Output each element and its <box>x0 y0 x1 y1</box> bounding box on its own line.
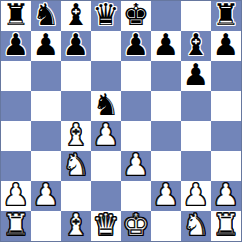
square-f6[interactable] <box>151 61 181 91</box>
piece-black-pawn-f7[interactable]: ♟︎ <box>153 30 180 60</box>
square-e3[interactable]: ♟︎ <box>121 151 151 181</box>
piece-black-knight-b8[interactable]: ♞︎ <box>33 0 60 30</box>
square-g5[interactable] <box>181 91 211 121</box>
piece-black-bishop-g7[interactable]: ♝︎ <box>183 30 210 60</box>
piece-white-pawn-a2[interactable]: ♟︎ <box>3 180 30 210</box>
square-g4[interactable] <box>181 121 211 151</box>
square-d8[interactable]: ♛︎ <box>91 1 121 31</box>
square-b4[interactable] <box>31 121 61 151</box>
piece-white-pawn-e3[interactable]: ♟︎ <box>123 150 150 180</box>
piece-black-pawn-a7[interactable]: ♟︎ <box>3 30 30 60</box>
square-g1[interactable]: ♞︎ <box>181 211 211 241</box>
square-f7[interactable]: ♟︎ <box>151 31 181 61</box>
square-c3[interactable]: ♞︎ <box>61 151 91 181</box>
square-c6[interactable] <box>61 61 91 91</box>
piece-white-pawn-g2[interactable]: ♟︎ <box>183 180 210 210</box>
piece-white-knight-c3[interactable]: ♞︎ <box>63 150 90 180</box>
square-b1[interactable] <box>31 211 61 241</box>
piece-black-knight-d5[interactable]: ♞︎ <box>93 90 120 120</box>
square-d4[interactable]: ♟︎ <box>91 121 121 151</box>
piece-black-king-e8[interactable]: ♚︎ <box>123 0 150 30</box>
square-h5[interactable] <box>211 91 241 121</box>
piece-white-bishop-c1[interactable]: ♝︎ <box>63 210 90 240</box>
piece-white-bishop-c4[interactable]: ♝︎ <box>63 120 90 150</box>
square-b5[interactable] <box>31 91 61 121</box>
piece-black-bishop-c8[interactable]: ♝︎ <box>63 0 90 30</box>
square-b6[interactable] <box>31 61 61 91</box>
piece-black-pawn-c7[interactable]: ♟︎ <box>63 30 90 60</box>
piece-white-pawn-f2[interactable]: ♟︎ <box>153 180 180 210</box>
piece-black-pawn-g6[interactable]: ♟︎ <box>183 60 210 90</box>
piece-white-knight-g1[interactable]: ♞︎ <box>183 210 210 240</box>
square-h7[interactable]: ♟︎ <box>211 31 241 61</box>
square-a7[interactable]: ♟︎ <box>1 31 31 61</box>
piece-white-pawn-d4[interactable]: ♟︎ <box>93 120 120 150</box>
square-a1[interactable]: ♜︎ <box>1 211 31 241</box>
square-c7[interactable]: ♟︎ <box>61 31 91 61</box>
piece-white-rook-a1[interactable]: ♜︎ <box>3 210 30 240</box>
piece-white-king-e1[interactable]: ♚︎ <box>123 210 150 240</box>
chess-board: ♜︎♞︎♝︎♛︎♚︎♜︎♟︎♟︎♟︎♟︎♟︎♝︎♟︎♟︎♞︎♝︎♟︎♞︎♟︎♟︎… <box>0 0 242 242</box>
piece-white-rook-h1[interactable]: ♜︎ <box>213 210 240 240</box>
square-f5[interactable] <box>151 91 181 121</box>
piece-black-rook-h8[interactable]: ♜︎ <box>213 0 240 30</box>
square-a5[interactable] <box>1 91 31 121</box>
square-a4[interactable] <box>1 121 31 151</box>
square-f1[interactable] <box>151 211 181 241</box>
piece-white-queen-d1[interactable]: ♛︎ <box>93 210 120 240</box>
square-a6[interactable] <box>1 61 31 91</box>
square-f4[interactable] <box>151 121 181 151</box>
piece-black-pawn-h7[interactable]: ♟︎ <box>213 30 240 60</box>
square-g6[interactable]: ♟︎ <box>181 61 211 91</box>
square-b7[interactable]: ♟︎ <box>31 31 61 61</box>
piece-white-pawn-b2[interactable]: ♟︎ <box>33 180 60 210</box>
square-e1[interactable]: ♚︎ <box>121 211 151 241</box>
square-e6[interactable] <box>121 61 151 91</box>
piece-black-rook-a8[interactable]: ♜︎ <box>3 0 30 30</box>
square-h1[interactable]: ♜︎ <box>211 211 241 241</box>
square-e5[interactable] <box>121 91 151 121</box>
square-d1[interactable]: ♛︎ <box>91 211 121 241</box>
square-h4[interactable] <box>211 121 241 151</box>
piece-black-queen-d8[interactable]: ♛︎ <box>93 0 120 30</box>
piece-white-pawn-h2[interactable]: ♟︎ <box>213 180 240 210</box>
square-d3[interactable] <box>91 151 121 181</box>
square-h6[interactable] <box>211 61 241 91</box>
square-e7[interactable]: ♟︎ <box>121 31 151 61</box>
square-b2[interactable]: ♟︎ <box>31 181 61 211</box>
square-d7[interactable] <box>91 31 121 61</box>
square-f2[interactable]: ♟︎ <box>151 181 181 211</box>
square-c1[interactable]: ♝︎ <box>61 211 91 241</box>
piece-black-pawn-e7[interactable]: ♟︎ <box>123 30 150 60</box>
piece-black-pawn-b7[interactable]: ♟︎ <box>33 30 60 60</box>
